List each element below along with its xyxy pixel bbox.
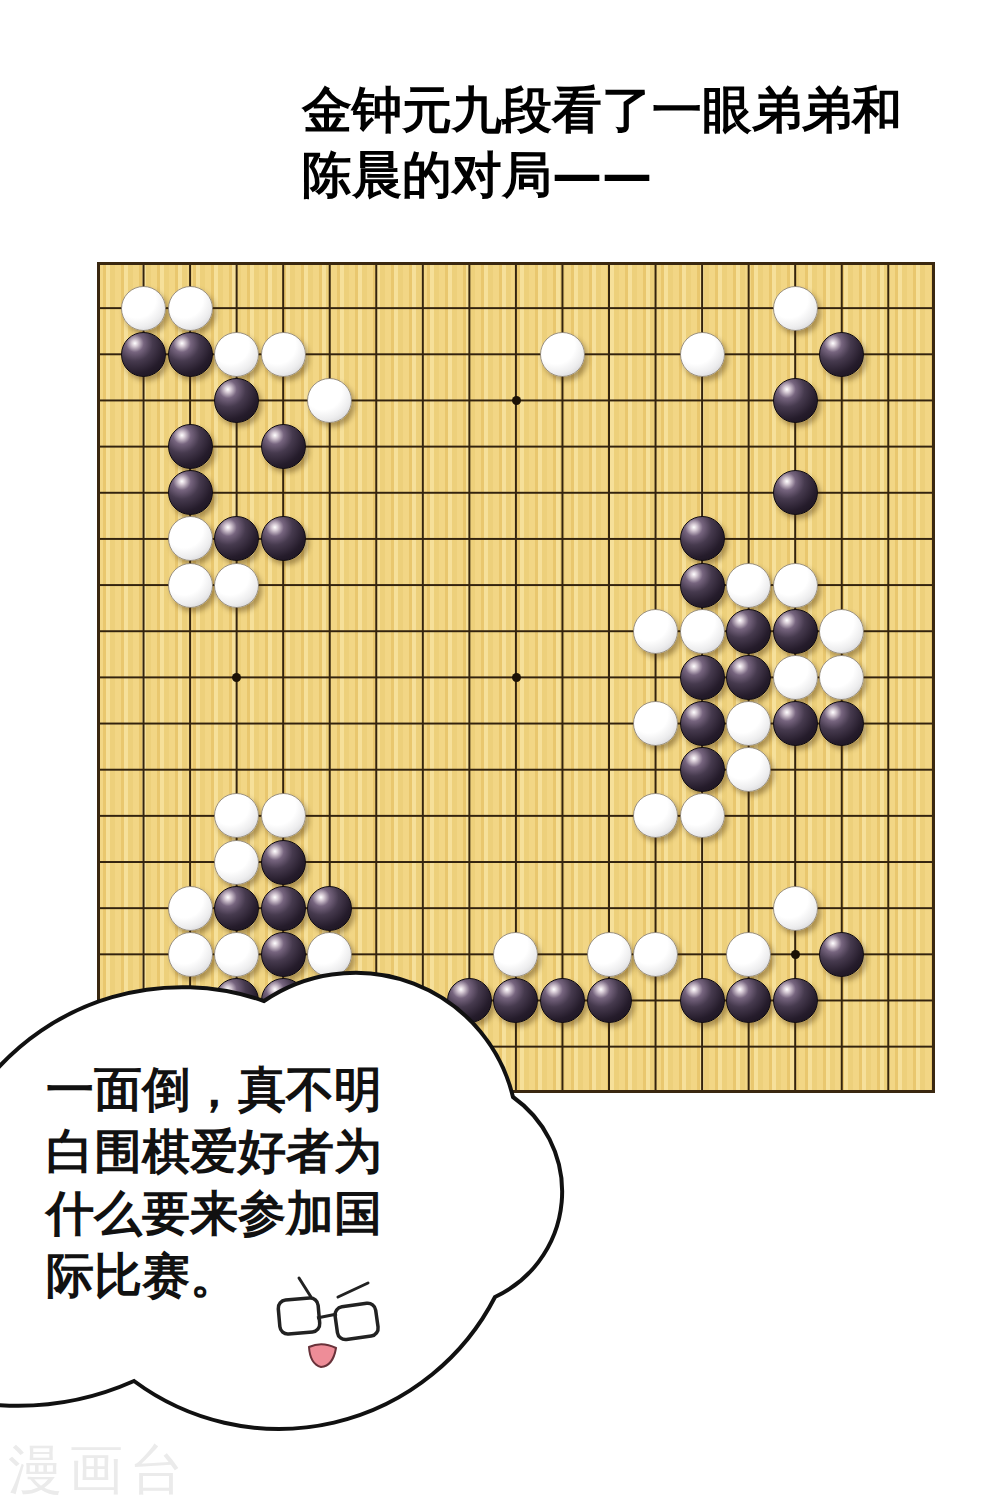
black-stone: [773, 609, 818, 654]
white-stone: [633, 932, 678, 977]
bubble-line-4: 际比赛。: [46, 1244, 382, 1306]
black-stone: [726, 609, 771, 654]
speech-bubble-text: 一面倒，真不明 白围棋爱好者为 什么要来参加国 际比赛。: [46, 1058, 382, 1306]
black-stone: [168, 424, 213, 469]
bubble-line-3: 什么要来参加国: [46, 1182, 382, 1244]
black-stone: [680, 747, 725, 792]
black-stone: [261, 840, 306, 885]
white-stone: [726, 932, 771, 977]
black-stone: [773, 470, 818, 515]
white-stone: [773, 563, 818, 608]
black-stone: [261, 424, 306, 469]
black-stone: [307, 886, 352, 931]
white-stone: [726, 563, 771, 608]
white-stone: [633, 701, 678, 746]
caption-text: 金钟元九段看了一眼弟弟和 陈晨的对局——: [302, 78, 902, 208]
black-stone: [680, 516, 725, 561]
black-stone: [261, 886, 306, 931]
white-stone: [819, 609, 864, 654]
black-stone: [214, 378, 259, 423]
white-stone: [307, 378, 352, 423]
black-stone: [773, 701, 818, 746]
caption-line-2: 陈晨的对局——: [302, 143, 902, 208]
white-stone: [214, 563, 259, 608]
white-stone: [633, 609, 678, 654]
bubble-line-2: 白围棋爱好者为: [46, 1120, 382, 1182]
black-stone: [680, 701, 725, 746]
black-stone: [168, 332, 213, 377]
black-stone: [214, 516, 259, 561]
white-stone: [261, 793, 306, 838]
black-stone: [773, 978, 818, 1023]
white-stone: [726, 747, 771, 792]
black-stone: [726, 978, 771, 1023]
black-stone: [819, 932, 864, 977]
white-stone: [773, 886, 818, 931]
black-stone: [168, 470, 213, 515]
bubble-line-1: 一面倒，真不明: [46, 1058, 382, 1120]
black-stone: [680, 978, 725, 1023]
white-stone: [680, 793, 725, 838]
white-stone: [168, 516, 213, 561]
white-stone: [540, 332, 585, 377]
white-stone: [214, 332, 259, 377]
white-stone: [214, 840, 259, 885]
right-lens-icon: [334, 1302, 379, 1340]
black-stone: [680, 655, 725, 700]
caption-line-1: 金钟元九段看了一眼弟弟和: [302, 78, 902, 143]
white-stone: [168, 886, 213, 931]
white-stone: [680, 332, 725, 377]
white-stone: [168, 563, 213, 608]
white-stone: [819, 655, 864, 700]
black-stone: [214, 886, 259, 931]
white-stone: [773, 286, 818, 331]
comic-page: 金钟元九段看了一眼弟弟和 陈晨的对局—— 一面倒，真不明 白围棋爱好者为 什么要…: [0, 0, 1000, 1504]
black-stone: [680, 563, 725, 608]
black-stone: [261, 516, 306, 561]
white-stone: [121, 286, 166, 331]
black-stone: [819, 332, 864, 377]
white-stone: [633, 793, 678, 838]
white-stone: [680, 609, 725, 654]
black-stone: [773, 378, 818, 423]
white-stone: [168, 286, 213, 331]
black-stone: [121, 332, 166, 377]
white-stone: [773, 655, 818, 700]
white-stone: [726, 701, 771, 746]
black-stone: [726, 655, 771, 700]
white-stone: [261, 332, 306, 377]
black-stone: [819, 701, 864, 746]
white-stone: [214, 793, 259, 838]
